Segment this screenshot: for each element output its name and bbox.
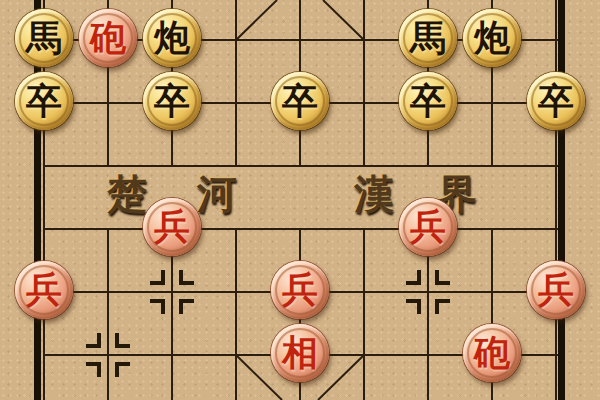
grid-line-file-8 [555, 0, 557, 400]
river-label-he: 河 [195, 171, 239, 219]
piece-red-soldier[interactable]: 兵 [527, 261, 585, 319]
piece-black-horse[interactable]: 馬 [399, 9, 457, 67]
piece-red-soldier[interactable]: 兵 [15, 261, 73, 319]
black-soldier-glyph: 卒 [26, 72, 62, 130]
piece-black-soldier[interactable]: 卒 [399, 72, 457, 130]
piece-red-soldier[interactable]: 兵 [399, 198, 457, 256]
red-soldier-glyph: 兵 [154, 198, 190, 256]
board-border-right [558, 0, 565, 400]
piece-black-cannon[interactable]: 炮 [463, 9, 521, 67]
piece-red-soldier[interactable]: 兵 [143, 198, 201, 256]
grid-line-file-3-bottom [235, 228, 237, 400]
red-cannon-glyph: 砲 [90, 9, 126, 67]
black-horse-glyph: 馬 [26, 9, 62, 67]
red-elephant-glyph: 相 [282, 324, 318, 382]
grid-line-file-3-top [235, 0, 237, 167]
piece-red-cannon[interactable]: 砲 [463, 324, 521, 382]
black-cannon-glyph: 炮 [154, 9, 190, 67]
piece-black-horse[interactable]: 馬 [15, 9, 73, 67]
red-soldier-glyph: 兵 [410, 198, 446, 256]
xiangqi-board[interactable]: 楚 河 漢 界 馬砲炮馬炮卒卒卒卒卒兵兵兵兵兵相砲 [0, 0, 600, 400]
piece-red-soldier[interactable]: 兵 [271, 261, 329, 319]
piece-black-soldier[interactable]: 卒 [527, 72, 585, 130]
red-cannon-glyph: 砲 [474, 324, 510, 382]
piece-black-cannon[interactable]: 炮 [143, 9, 201, 67]
grid-line-file-5-bottom [363, 228, 365, 400]
red-soldier-glyph: 兵 [26, 261, 62, 319]
grid-line-file-1-bottom [107, 228, 109, 400]
piece-red-cannon[interactable]: 砲 [79, 9, 137, 67]
piece-black-soldier[interactable]: 卒 [271, 72, 329, 130]
black-soldier-glyph: 卒 [282, 72, 318, 130]
black-soldier-glyph: 卒 [154, 72, 190, 130]
piece-black-soldier[interactable]: 卒 [143, 72, 201, 130]
red-soldier-glyph: 兵 [282, 261, 318, 319]
grid-line-file-5-top [363, 0, 365, 167]
river-label-chu: 楚 [105, 171, 149, 219]
piece-black-soldier[interactable]: 卒 [15, 72, 73, 130]
river-label-han: 漢 [352, 171, 396, 219]
black-soldier-glyph: 卒 [538, 72, 574, 130]
black-soldier-glyph: 卒 [410, 72, 446, 130]
black-cannon-glyph: 炮 [474, 9, 510, 67]
grid-line-rank-5 [44, 228, 558, 230]
piece-red-elephant[interactable]: 相 [271, 324, 329, 382]
grid-line-rank-4 [44, 165, 558, 167]
red-soldier-glyph: 兵 [538, 261, 574, 319]
black-horse-glyph: 馬 [410, 9, 446, 67]
